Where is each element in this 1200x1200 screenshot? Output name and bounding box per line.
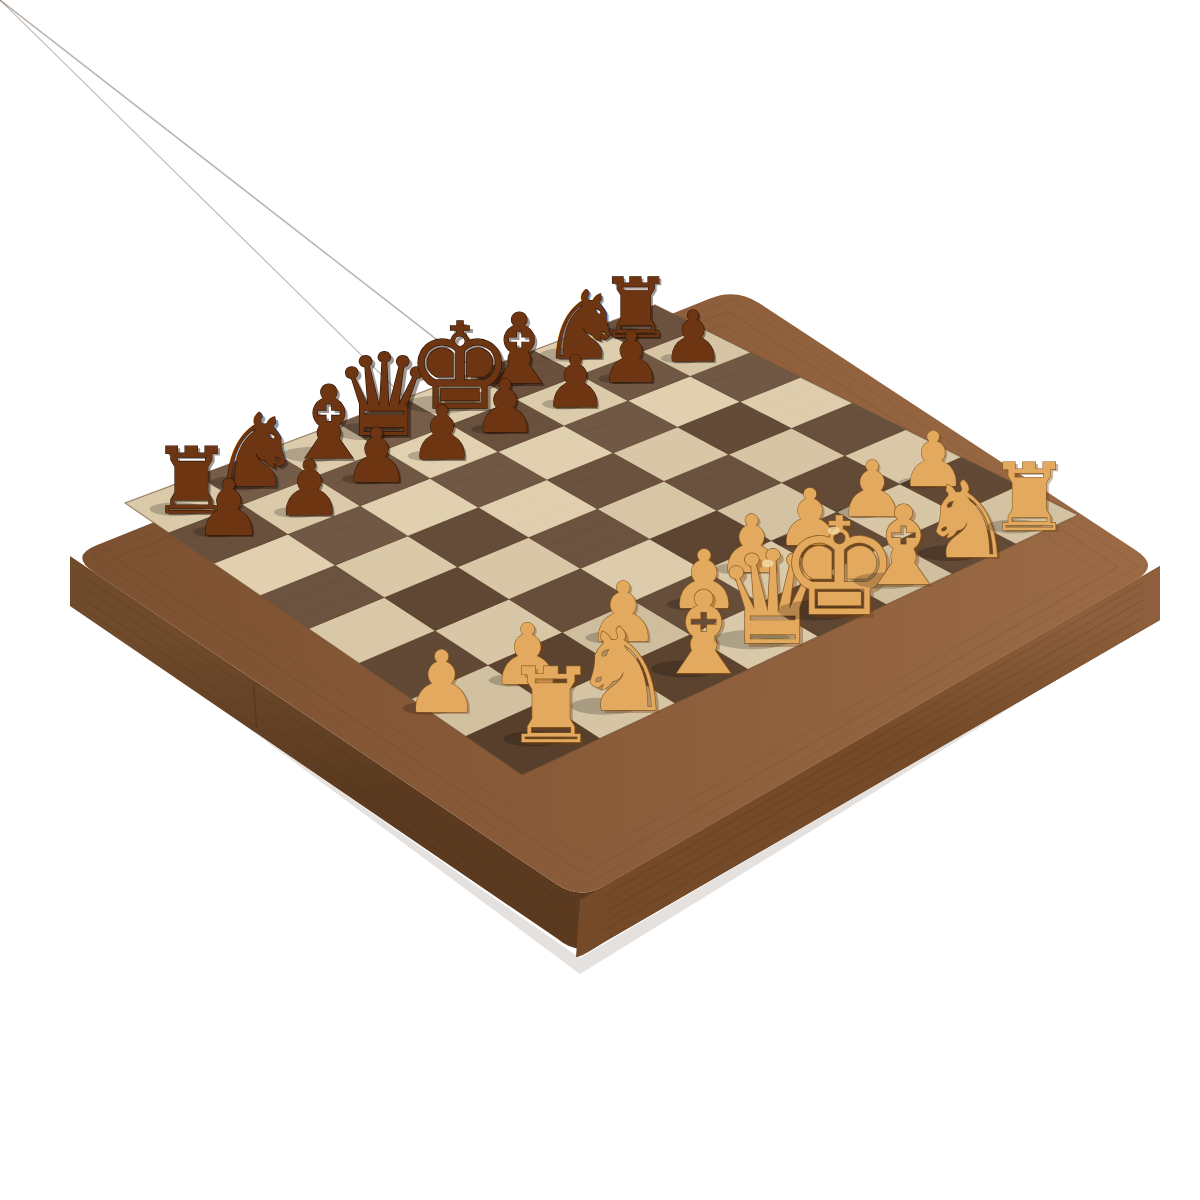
piece-glyph-white-p: ♟ [403,633,480,732]
product-photo-chess-set: ♜♜♞♞♝♝♛♛♚♚♝♝♞♞♜♜♟♟♟♟♟♟♟♟♟♟♟♟♟♟♟♟♟♟♟♟♟♟♟♟… [0,0,1200,1200]
piece-black-pawn-b7: ♟♟ [274,444,346,535]
piece-glyph-white-r: ♜ [504,646,597,766]
specular-highlight [828,527,840,535]
piece-glyph-black-p: ♟ [662,296,725,378]
piece-glyph-black-p: ♟ [343,412,411,500]
piece-glyph-black-p: ♟ [472,364,538,449]
piece-glyph-black-p: ♟ [194,463,263,553]
piece-black-pawn-h7: ♟♟ [661,296,727,380]
piece-white-rook-h1: ♜♜ [987,444,1074,554]
piece-black-pawn-e7: ♟♟ [471,364,540,451]
chess-board-photo: ♜♜♞♞♝♝♛♛♚♚♝♝♞♞♜♜♟♟♟♟♟♟♟♟♟♟♟♟♟♟♟♟♟♟♟♟♟♟♟♟… [0,0,1200,1200]
piece-glyph-black-p: ♟ [275,444,344,533]
piece-glyph-white-r: ♜ [988,444,1071,552]
piece-white-pawn-a2: ♟♟ [402,633,482,734]
piece-white-rook-a1: ♜♜ [503,646,600,769]
piece-glyph-black-p: ♟ [543,340,608,424]
piece-glyph-black-p: ♟ [409,390,476,477]
piece-black-pawn-f7: ♟♟ [542,340,610,426]
piece-black-pawn-a7: ♟♟ [193,463,266,555]
piece-black-pawn-d7: ♟♟ [408,390,478,479]
piece-black-pawn-c7: ♟♟ [342,412,413,502]
specular-highlight [762,560,774,568]
